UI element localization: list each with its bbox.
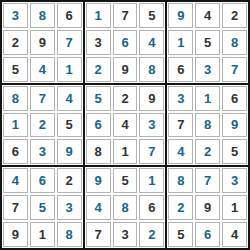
sudoku-cell-r4c9[interactable]: 6 bbox=[222, 86, 247, 111]
sudoku-box-2: 175364298 bbox=[85, 2, 166, 83]
sudoku-cell-r7c4[interactable]: 9 bbox=[86, 168, 111, 193]
sudoku-cell-r1c6[interactable]: 5 bbox=[139, 3, 164, 28]
sudoku-cell-r6c5[interactable]: 1 bbox=[113, 139, 138, 164]
sudoku-cell-r8c9[interactable]: 1 bbox=[222, 195, 247, 220]
sudoku-cell-r6c4[interactable]: 8 bbox=[86, 139, 111, 164]
sudoku-cell-r6c2[interactable]: 3 bbox=[30, 139, 55, 164]
sudoku-cell-r9c3[interactable]: 8 bbox=[57, 222, 82, 247]
sudoku-cell-r2c3[interactable]: 7 bbox=[57, 30, 82, 55]
sudoku-cell-r9c2[interactable]: 1 bbox=[30, 222, 55, 247]
sudoku-box-6: 316789425 bbox=[167, 85, 248, 166]
sudoku-cell-r6c9[interactable]: 5 bbox=[222, 139, 247, 164]
sudoku-cell-r6c1[interactable]: 6 bbox=[3, 139, 28, 164]
sudoku-cell-r2c7[interactable]: 1 bbox=[168, 30, 193, 55]
sudoku-cell-r1c4[interactable]: 1 bbox=[86, 3, 111, 28]
sudoku-cell-r8c1[interactable]: 7 bbox=[3, 195, 28, 220]
sudoku-cell-r5c6[interactable]: 3 bbox=[139, 113, 164, 138]
sudoku-box-1: 386297541 bbox=[2, 2, 83, 83]
sudoku-cell-r4c5[interactable]: 2 bbox=[113, 86, 138, 111]
sudoku-cell-r1c7[interactable]: 9 bbox=[168, 3, 193, 28]
sudoku-cell-r5c1[interactable]: 1 bbox=[3, 113, 28, 138]
sudoku-cell-r8c5[interactable]: 8 bbox=[113, 195, 138, 220]
sudoku-cell-r5c3[interactable]: 5 bbox=[57, 113, 82, 138]
sudoku-cell-r2c6[interactable]: 4 bbox=[139, 30, 164, 55]
sudoku-cell-r2c8[interactable]: 5 bbox=[195, 30, 220, 55]
sudoku-cell-r5c4[interactable]: 6 bbox=[86, 113, 111, 138]
sudoku-cell-r8c7[interactable]: 2 bbox=[168, 195, 193, 220]
sudoku-cell-r4c6[interactable]: 9 bbox=[139, 86, 164, 111]
sudoku-cell-r3c1[interactable]: 5 bbox=[3, 57, 28, 82]
sudoku-cell-r5c2[interactable]: 2 bbox=[30, 113, 55, 138]
sudoku-cell-r3c7[interactable]: 6 bbox=[168, 57, 193, 82]
sudoku-cell-r7c3[interactable]: 2 bbox=[57, 168, 82, 193]
sudoku-cell-r1c9[interactable]: 2 bbox=[222, 3, 247, 28]
sudoku-box-7: 462753918 bbox=[2, 167, 83, 248]
sudoku-cell-r3c4[interactable]: 2 bbox=[86, 57, 111, 82]
sudoku-cell-r3c9[interactable]: 7 bbox=[222, 57, 247, 82]
sudoku-box-9: 873291564 bbox=[167, 167, 248, 248]
sudoku-cell-r4c2[interactable]: 7 bbox=[30, 86, 55, 111]
sudoku-cell-r3c3[interactable]: 1 bbox=[57, 57, 82, 82]
sudoku-cell-r1c2[interactable]: 8 bbox=[30, 3, 55, 28]
sudoku-cell-r5c9[interactable]: 9 bbox=[222, 113, 247, 138]
sudoku-cell-r5c5[interactable]: 4 bbox=[113, 113, 138, 138]
sudoku-cell-r1c1[interactable]: 3 bbox=[3, 3, 28, 28]
sudoku-cell-r4c3[interactable]: 4 bbox=[57, 86, 82, 111]
sudoku-cell-r6c7[interactable]: 4 bbox=[168, 139, 193, 164]
sudoku-cell-r2c4[interactable]: 3 bbox=[86, 30, 111, 55]
sudoku-cell-r9c5[interactable]: 3 bbox=[113, 222, 138, 247]
sudoku-cell-r3c5[interactable]: 9 bbox=[113, 57, 138, 82]
sudoku-cell-r6c8[interactable]: 2 bbox=[195, 139, 220, 164]
sudoku-cell-r6c6[interactable]: 7 bbox=[139, 139, 164, 164]
sudoku-cell-r9c7[interactable]: 5 bbox=[168, 222, 193, 247]
sudoku-cell-r2c5[interactable]: 6 bbox=[113, 30, 138, 55]
sudoku-cell-r7c6[interactable]: 1 bbox=[139, 168, 164, 193]
sudoku-board: 386297541 175364298 942158637 874125639 … bbox=[0, 0, 250, 250]
sudoku-cell-r7c1[interactable]: 4 bbox=[3, 168, 28, 193]
sudoku-cell-r2c9[interactable]: 8 bbox=[222, 30, 247, 55]
sudoku-cell-r9c1[interactable]: 9 bbox=[3, 222, 28, 247]
sudoku-cell-r7c5[interactable]: 5 bbox=[113, 168, 138, 193]
sudoku-box-4: 874125639 bbox=[2, 85, 83, 166]
sudoku-cell-r6c3[interactable]: 9 bbox=[57, 139, 82, 164]
sudoku-cell-r7c8[interactable]: 7 bbox=[195, 168, 220, 193]
sudoku-cell-r2c1[interactable]: 2 bbox=[3, 30, 28, 55]
sudoku-cell-r5c7[interactable]: 7 bbox=[168, 113, 193, 138]
sudoku-box-3: 942158637 bbox=[167, 2, 248, 83]
sudoku-cell-r7c7[interactable]: 8 bbox=[168, 168, 193, 193]
sudoku-cell-r4c1[interactable]: 8 bbox=[3, 86, 28, 111]
sudoku-cell-r2c2[interactable]: 9 bbox=[30, 30, 55, 55]
sudoku-cell-r7c9[interactable]: 3 bbox=[222, 168, 247, 193]
sudoku-cell-r1c8[interactable]: 4 bbox=[195, 3, 220, 28]
sudoku-cell-r1c3[interactable]: 6 bbox=[57, 3, 82, 28]
sudoku-cell-r9c9[interactable]: 4 bbox=[222, 222, 247, 247]
sudoku-cell-r4c8[interactable]: 1 bbox=[195, 86, 220, 111]
sudoku-cell-r9c4[interactable]: 7 bbox=[86, 222, 111, 247]
sudoku-cell-r3c6[interactable]: 8 bbox=[139, 57, 164, 82]
sudoku-cell-r7c2[interactable]: 6 bbox=[30, 168, 55, 193]
sudoku-cell-r9c6[interactable]: 2 bbox=[139, 222, 164, 247]
sudoku-cell-r4c4[interactable]: 5 bbox=[86, 86, 111, 111]
sudoku-cell-r8c6[interactable]: 6 bbox=[139, 195, 164, 220]
sudoku-cell-r3c2[interactable]: 4 bbox=[30, 57, 55, 82]
sudoku-cell-r5c8[interactable]: 8 bbox=[195, 113, 220, 138]
sudoku-cell-r3c8[interactable]: 3 bbox=[195, 57, 220, 82]
sudoku-box-5: 529643817 bbox=[85, 85, 166, 166]
sudoku-cell-r4c7[interactable]: 3 bbox=[168, 86, 193, 111]
sudoku-cell-r9c8[interactable]: 6 bbox=[195, 222, 220, 247]
sudoku-box-8: 951486732 bbox=[85, 167, 166, 248]
sudoku-cell-r8c4[interactable]: 4 bbox=[86, 195, 111, 220]
sudoku-cell-r8c2[interactable]: 5 bbox=[30, 195, 55, 220]
sudoku-cell-r1c5[interactable]: 7 bbox=[113, 3, 138, 28]
sudoku-cell-r8c8[interactable]: 9 bbox=[195, 195, 220, 220]
sudoku-cell-r8c3[interactable]: 3 bbox=[57, 195, 82, 220]
